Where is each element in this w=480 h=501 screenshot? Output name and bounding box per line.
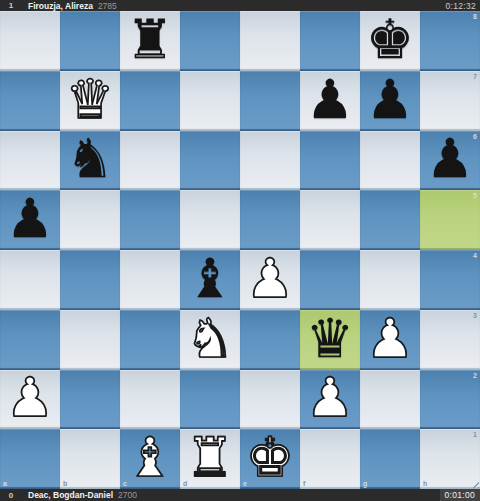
square-e6[interactable] <box>240 131 300 191</box>
square-f5[interactable] <box>300 190 360 250</box>
square-d1[interactable]: d♜ <box>180 429 240 489</box>
square-b1[interactable]: b <box>60 429 120 489</box>
square-b4[interactable] <box>60 250 120 310</box>
square-a3[interactable] <box>0 310 60 370</box>
square-d6[interactable] <box>180 131 240 191</box>
square-c4[interactable] <box>120 250 180 310</box>
top-player-name: Firouzja, Alireza <box>28 1 93 11</box>
piece-white-queen[interactable]: ♛ <box>66 71 114 129</box>
chess-board[interactable]: ♜♚8♛♟♟7♞6♟♟5♝♟4♞♛♟3♟♟2abc♝d♜e♚fg1h <box>0 11 480 489</box>
piece-black-pawn[interactable]: ♟ <box>366 71 414 129</box>
square-e3[interactable] <box>240 310 300 370</box>
square-b5[interactable] <box>60 190 120 250</box>
piece-black-knight[interactable]: ♞ <box>66 131 114 189</box>
square-g4[interactable] <box>360 250 420 310</box>
top-player-bar: 1 Firouzja, Alireza 2785 0:12:32 <box>0 0 480 11</box>
bottom-player-rating: 2700 <box>118 490 137 500</box>
square-b2[interactable] <box>60 370 120 430</box>
piece-white-pawn[interactable]: ♟ <box>246 250 294 308</box>
coordinate-file-label: h <box>423 480 427 487</box>
square-g7[interactable]: ♟ <box>360 71 420 131</box>
piece-white-king[interactable]: ♚ <box>246 429 294 487</box>
square-c3[interactable] <box>120 310 180 370</box>
square-a2[interactable]: ♟ <box>0 370 60 430</box>
board-resize-grip-icon[interactable] <box>470 479 479 488</box>
coordinate-file-label: g <box>363 480 367 487</box>
bottom-player-score: 0 <box>6 491 16 500</box>
square-h3[interactable]: 3 <box>420 310 480 370</box>
coordinate-rank-label: 2 <box>473 372 477 379</box>
coordinate-rank-label: 4 <box>473 252 477 259</box>
square-b6[interactable]: ♞ <box>60 131 120 191</box>
piece-black-rook[interactable]: ♜ <box>126 11 174 69</box>
square-h8[interactable]: 8 <box>420 11 480 71</box>
square-a5[interactable]: ♟ <box>0 190 60 250</box>
square-b3[interactable] <box>60 310 120 370</box>
square-g1[interactable]: g <box>360 429 420 489</box>
square-c7[interactable] <box>120 71 180 131</box>
bottom-player-bar: 0 Deac, Bogdan-Daniel 2700 0:01:00 <box>0 489 480 501</box>
square-b7[interactable]: ♛ <box>60 71 120 131</box>
square-a6[interactable] <box>0 131 60 191</box>
piece-white-bishop[interactable]: ♝ <box>126 429 174 487</box>
square-e1[interactable]: e♚ <box>240 429 300 489</box>
square-h1[interactable]: 1h <box>420 429 480 489</box>
coordinate-rank-label: 3 <box>473 312 477 319</box>
square-f2[interactable]: ♟ <box>300 370 360 430</box>
square-e5[interactable] <box>240 190 300 250</box>
top-player-clock: 0:12:32 <box>446 1 476 11</box>
square-d8[interactable] <box>180 11 240 71</box>
square-c5[interactable] <box>120 190 180 250</box>
square-a7[interactable] <box>0 71 60 131</box>
square-g6[interactable] <box>360 131 420 191</box>
square-e8[interactable] <box>240 11 300 71</box>
piece-white-pawn[interactable]: ♟ <box>306 370 354 428</box>
square-f4[interactable] <box>300 250 360 310</box>
square-d5[interactable] <box>180 190 240 250</box>
square-f8[interactable] <box>300 11 360 71</box>
square-h2[interactable]: 2 <box>420 370 480 430</box>
coordinate-file-label: b <box>63 480 67 487</box>
piece-black-pawn[interactable]: ♟ <box>426 131 474 189</box>
square-g5[interactable] <box>360 190 420 250</box>
coordinate-rank-label: 7 <box>473 73 477 80</box>
square-e7[interactable] <box>240 71 300 131</box>
coordinate-file-label: a <box>3 480 7 487</box>
top-player-rating: 2785 <box>98 1 117 11</box>
square-d3[interactable]: ♞ <box>180 310 240 370</box>
coordinate-rank-label: 8 <box>473 13 477 20</box>
square-f3[interactable]: ♛ <box>300 310 360 370</box>
square-c2[interactable] <box>120 370 180 430</box>
piece-black-pawn[interactable]: ♟ <box>6 190 54 248</box>
square-a1[interactable]: a <box>0 429 60 489</box>
square-c6[interactable] <box>120 131 180 191</box>
square-h6[interactable]: 6♟ <box>420 131 480 191</box>
square-e2[interactable] <box>240 370 300 430</box>
square-d7[interactable] <box>180 71 240 131</box>
coordinate-rank-label: 5 <box>473 192 477 199</box>
square-f7[interactable]: ♟ <box>300 71 360 131</box>
square-h4[interactable]: 4 <box>420 250 480 310</box>
square-c8[interactable]: ♜ <box>120 11 180 71</box>
piece-white-pawn[interactable]: ♟ <box>366 310 414 368</box>
square-c1[interactable]: c♝ <box>120 429 180 489</box>
piece-white-pawn[interactable]: ♟ <box>6 370 54 428</box>
piece-black-pawn[interactable]: ♟ <box>306 71 354 129</box>
piece-black-bishop[interactable]: ♝ <box>186 250 234 308</box>
piece-white-knight[interactable]: ♞ <box>186 310 234 368</box>
piece-white-rook[interactable]: ♜ <box>186 429 234 487</box>
square-g3[interactable]: ♟ <box>360 310 420 370</box>
square-b8[interactable] <box>60 11 120 71</box>
square-a4[interactable] <box>0 250 60 310</box>
square-f6[interactable] <box>300 131 360 191</box>
square-a8[interactable] <box>0 11 60 71</box>
piece-black-queen[interactable]: ♛ <box>306 310 354 368</box>
square-h7[interactable]: 7 <box>420 71 480 131</box>
top-player-score: 1 <box>6 1 16 10</box>
square-g8[interactable]: ♚ <box>360 11 420 71</box>
piece-black-king[interactable]: ♚ <box>366 11 414 69</box>
coordinate-rank-label: 1 <box>473 431 477 438</box>
square-d4[interactable]: ♝ <box>180 250 240 310</box>
bottom-player-name: Deac, Bogdan-Daniel <box>28 490 113 500</box>
square-e4[interactable]: ♟ <box>240 250 300 310</box>
square-d2[interactable] <box>180 370 240 430</box>
coordinate-file-label: f <box>303 480 305 487</box>
square-g2[interactable] <box>360 370 420 430</box>
bottom-player-clock: 0:01:00 <box>440 489 480 501</box>
square-h5[interactable]: 5 <box>420 190 480 250</box>
square-f1[interactable]: f <box>300 429 360 489</box>
